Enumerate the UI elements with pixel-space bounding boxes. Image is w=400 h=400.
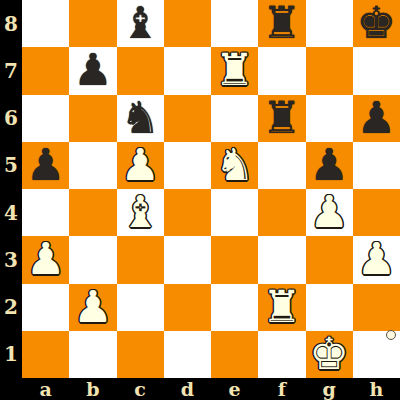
square-a1[interactable] <box>22 331 69 378</box>
file-label-d: d <box>164 378 211 400</box>
square-e3[interactable] <box>211 236 258 283</box>
square-b6[interactable] <box>69 95 116 142</box>
piece-black-king-h8[interactable]: ♚ <box>357 0 396 46</box>
board-grid: ♝♜♚♟♜♞♜♟♟♟♞♟♝♟♟♟♟♜♚ <box>22 0 400 378</box>
chess-puzzle-board: 87654321 ♝♜♚♟♜♞♜♟♟♟♞♟♝♟♟♟♟♜♚ abcdefgh <box>0 0 400 400</box>
file-labels: abcdefgh <box>22 378 400 400</box>
rank-label-4: 4 <box>0 189 22 236</box>
square-e2[interactable] <box>211 284 258 331</box>
piece-white-king-g1[interactable]: ♚ <box>309 330 348 377</box>
square-g6[interactable] <box>306 95 353 142</box>
square-c5[interactable]: ♟ <box>117 142 164 189</box>
square-a4[interactable] <box>22 189 69 236</box>
rank-labels: 87654321 <box>0 0 22 378</box>
piece-white-pawn-h3[interactable]: ♟ <box>357 235 396 282</box>
square-b8[interactable] <box>69 0 116 47</box>
square-g8[interactable] <box>306 0 353 47</box>
square-h4[interactable] <box>353 189 400 236</box>
square-d4[interactable] <box>164 189 211 236</box>
square-a5[interactable]: ♟ <box>22 142 69 189</box>
piece-black-pawn-a5[interactable]: ♟ <box>26 141 65 188</box>
square-e7[interactable]: ♜ <box>211 47 258 94</box>
file-label-e: e <box>211 378 258 400</box>
rank-label-3: 3 <box>0 236 22 283</box>
piece-white-rook-e7[interactable]: ♜ <box>215 46 254 93</box>
square-c6[interactable]: ♞ <box>117 95 164 142</box>
square-g5[interactable]: ♟ <box>306 142 353 189</box>
square-d7[interactable] <box>164 47 211 94</box>
square-f2[interactable]: ♜ <box>258 284 305 331</box>
square-d6[interactable] <box>164 95 211 142</box>
file-label-b: b <box>69 378 116 400</box>
square-h3[interactable]: ♟ <box>353 236 400 283</box>
piece-black-knight-c6[interactable]: ♞ <box>120 94 159 141</box>
rank-label-7: 7 <box>0 47 22 94</box>
square-g1[interactable]: ♚ <box>306 331 353 378</box>
square-f3[interactable] <box>258 236 305 283</box>
file-label-h: h <box>353 378 400 400</box>
square-a3[interactable]: ♟ <box>22 236 69 283</box>
square-b1[interactable] <box>69 331 116 378</box>
rank-label-1: 1 <box>0 331 22 378</box>
square-b3[interactable] <box>69 236 116 283</box>
file-label-c: c <box>117 378 164 400</box>
file-label-a: a <box>22 378 69 400</box>
square-f5[interactable] <box>258 142 305 189</box>
piece-black-rook-f6[interactable]: ♜ <box>262 94 301 141</box>
square-f6[interactable]: ♜ <box>258 95 305 142</box>
square-f8[interactable]: ♜ <box>258 0 305 47</box>
piece-white-pawn-c5[interactable]: ♟ <box>120 141 159 188</box>
square-g2[interactable] <box>306 284 353 331</box>
square-d8[interactable] <box>164 0 211 47</box>
square-e5[interactable]: ♞ <box>211 142 258 189</box>
square-a8[interactable] <box>22 0 69 47</box>
file-label-f: f <box>258 378 305 400</box>
square-h7[interactable] <box>353 47 400 94</box>
rank-label-8: 8 <box>0 0 22 47</box>
square-b5[interactable] <box>69 142 116 189</box>
piece-white-pawn-b2[interactable]: ♟ <box>73 283 112 330</box>
square-e6[interactable] <box>211 95 258 142</box>
rank-label-5: 5 <box>0 142 22 189</box>
square-c2[interactable] <box>117 284 164 331</box>
square-g4[interactable]: ♟ <box>306 189 353 236</box>
square-d2[interactable] <box>164 284 211 331</box>
piece-black-pawn-b7[interactable]: ♟ <box>73 46 112 93</box>
square-d5[interactable] <box>164 142 211 189</box>
rank-label-2: 2 <box>0 284 22 331</box>
square-h6[interactable]: ♟ <box>353 95 400 142</box>
piece-white-rook-f2[interactable]: ♜ <box>262 283 301 330</box>
square-a7[interactable] <box>22 47 69 94</box>
square-g7[interactable] <box>306 47 353 94</box>
square-h2[interactable] <box>353 284 400 331</box>
file-label-g: g <box>306 378 353 400</box>
square-b4[interactable] <box>69 189 116 236</box>
square-f4[interactable] <box>258 189 305 236</box>
piece-white-knight-e5[interactable]: ♞ <box>215 141 254 188</box>
piece-white-pawn-g4[interactable]: ♟ <box>309 188 348 235</box>
square-e1[interactable] <box>211 331 258 378</box>
rank-label-6: 6 <box>0 95 22 142</box>
square-c4[interactable]: ♝ <box>117 189 164 236</box>
square-c3[interactable] <box>117 236 164 283</box>
square-h8[interactable]: ♚ <box>353 0 400 47</box>
square-b7[interactable]: ♟ <box>69 47 116 94</box>
piece-black-rook-f8[interactable]: ♜ <box>262 0 301 46</box>
square-d1[interactable] <box>164 331 211 378</box>
piece-white-pawn-a3[interactable]: ♟ <box>26 235 65 282</box>
square-c1[interactable] <box>117 331 164 378</box>
square-c8[interactable]: ♝ <box>117 0 164 47</box>
square-a6[interactable] <box>22 95 69 142</box>
piece-black-bishop-c8[interactable]: ♝ <box>120 0 159 46</box>
square-d3[interactable] <box>164 236 211 283</box>
square-f1[interactable] <box>258 331 305 378</box>
square-b2[interactable]: ♟ <box>69 284 116 331</box>
square-f7[interactable] <box>258 47 305 94</box>
square-h5[interactable] <box>353 142 400 189</box>
piece-black-pawn-g5[interactable]: ♟ <box>309 141 348 188</box>
square-e8[interactable] <box>211 0 258 47</box>
piece-black-pawn-h6[interactable]: ♟ <box>357 94 396 141</box>
square-e4[interactable] <box>211 189 258 236</box>
square-g3[interactable] <box>306 236 353 283</box>
piece-white-bishop-c4[interactable]: ♝ <box>120 188 159 235</box>
square-a2[interactable] <box>22 284 69 331</box>
square-c7[interactable] <box>117 47 164 94</box>
white-to-move-indicator <box>386 330 396 340</box>
